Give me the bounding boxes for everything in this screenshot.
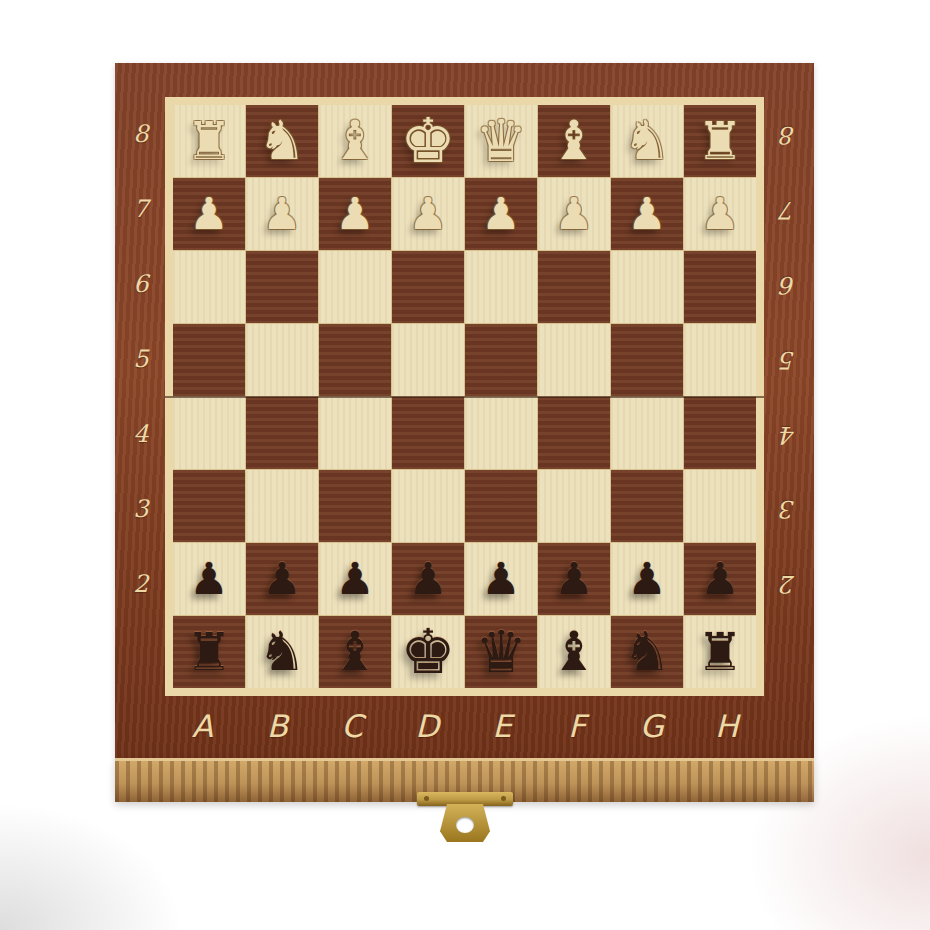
- square-d7: ♟: [392, 178, 464, 250]
- board-fold-seam: [165, 396, 764, 398]
- square-g8: ♞: [611, 105, 683, 177]
- square-e5: [465, 324, 537, 396]
- square-a8: ♜: [173, 105, 245, 177]
- square-c3: [319, 470, 391, 542]
- file-label: G: [614, 702, 689, 750]
- square-h3: [684, 470, 756, 542]
- rank-label: 7: [768, 172, 808, 247]
- square-h1: ♜: [684, 616, 756, 688]
- square-a5: [173, 324, 245, 396]
- white-rook: ♜: [697, 115, 744, 167]
- file-label: D: [390, 702, 465, 750]
- black-pawn: ♟: [700, 557, 739, 601]
- black-king: ♚: [400, 621, 456, 683]
- black-pawn: ♟: [554, 557, 593, 601]
- white-pawn: ♟: [554, 192, 593, 236]
- white-pawn: ♟: [189, 192, 228, 236]
- white-pawn: ♟: [481, 192, 520, 236]
- square-e2: ♟: [465, 543, 537, 615]
- square-b3: [246, 470, 318, 542]
- file-label: F: [539, 702, 614, 750]
- square-a1: ♜: [173, 616, 245, 688]
- square-c4: [319, 397, 391, 469]
- square-d8: ♚: [392, 105, 464, 177]
- square-d4: [392, 397, 464, 469]
- white-pawn: ♟: [262, 192, 301, 236]
- black-rook: ♜: [697, 626, 744, 678]
- square-b4: [246, 397, 318, 469]
- square-g2: ♟: [611, 543, 683, 615]
- file-labels: ABCDEFGH: [165, 702, 764, 750]
- square-f3: [538, 470, 610, 542]
- rank-label: 5: [768, 322, 808, 397]
- square-f5: [538, 324, 610, 396]
- square-b8: ♞: [246, 105, 318, 177]
- square-c7: ♟: [319, 178, 391, 250]
- white-knight: ♞: [258, 114, 306, 168]
- square-b6: [246, 251, 318, 323]
- square-e1: ♛: [465, 616, 537, 688]
- square-h4: [684, 397, 756, 469]
- square-f7: ♟: [538, 178, 610, 250]
- rank-label: 6: [768, 247, 808, 322]
- file-label: H: [689, 702, 764, 750]
- white-knight: ♞: [623, 114, 671, 168]
- black-pawn: ♟: [189, 557, 228, 601]
- square-c2: ♟: [319, 543, 391, 615]
- square-b5: [246, 324, 318, 396]
- square-a4: [173, 397, 245, 469]
- white-pawn: ♟: [408, 192, 447, 236]
- rank-label: 3: [768, 471, 808, 546]
- file-label: E: [465, 702, 540, 750]
- square-a7: ♟: [173, 178, 245, 250]
- rank-label: [768, 621, 808, 696]
- black-pawn: ♟: [408, 557, 447, 601]
- square-h5: [684, 324, 756, 396]
- rank-label: 7: [121, 172, 161, 247]
- square-c1: ♝: [319, 616, 391, 688]
- square-g4: [611, 397, 683, 469]
- square-a3: [173, 470, 245, 542]
- black-pawn: ♟: [627, 557, 666, 601]
- square-c5: [319, 324, 391, 396]
- rank-labels-left: 8765432: [121, 97, 161, 696]
- square-f1: ♝: [538, 616, 610, 688]
- rank-label: 6: [121, 247, 161, 322]
- square-d6: [392, 251, 464, 323]
- square-h7: ♟: [684, 178, 756, 250]
- square-b2: ♟: [246, 543, 318, 615]
- square-h6: [684, 251, 756, 323]
- board-inner-trim: ♜♞♝♚♛♝♞♜♟♟♟♟♟♟♟♟♟♟♟♟♟♟♟♟♜♞♝♚♛♝♞♜: [165, 97, 764, 696]
- square-d2: ♟: [392, 543, 464, 615]
- square-e3: [465, 470, 537, 542]
- square-b1: ♞: [246, 616, 318, 688]
- white-pawn: ♟: [335, 192, 374, 236]
- rank-label: 2: [768, 546, 808, 621]
- black-bishop: ♝: [550, 625, 598, 679]
- square-h8: ♜: [684, 105, 756, 177]
- square-c8: ♝: [319, 105, 391, 177]
- square-e7: ♟: [465, 178, 537, 250]
- black-bishop: ♝: [331, 625, 379, 679]
- rank-label: 3: [121, 471, 161, 546]
- latch-plate: [417, 792, 513, 806]
- white-king: ♚: [400, 110, 456, 172]
- black-knight: ♞: [623, 625, 671, 679]
- rank-labels-right: 8765432: [768, 97, 808, 696]
- square-f4: [538, 397, 610, 469]
- square-g1: ♞: [611, 616, 683, 688]
- square-f6: [538, 251, 610, 323]
- square-d5: [392, 324, 464, 396]
- square-a2: ♟: [173, 543, 245, 615]
- file-label: B: [240, 702, 315, 750]
- product-photo-stage: 8765432 ♜♞♝♚♛♝♞♜♟♟♟♟♟♟♟♟♟♟♟♟♟♟♟♟♜♞♝♚♛♝♞♜…: [0, 0, 930, 930]
- square-h2: ♟: [684, 543, 756, 615]
- black-pawn: ♟: [262, 557, 301, 601]
- square-g6: [611, 251, 683, 323]
- square-g5: [611, 324, 683, 396]
- rank-label: 4: [768, 397, 808, 472]
- latch-tab: [440, 804, 490, 842]
- square-d3: [392, 470, 464, 542]
- square-d1: ♚: [392, 616, 464, 688]
- rank-label: 8: [121, 97, 161, 172]
- square-g3: [611, 470, 683, 542]
- file-label: C: [315, 702, 390, 750]
- file-label: A: [165, 702, 240, 750]
- white-rook: ♜: [186, 115, 233, 167]
- rank-label: 8: [768, 97, 808, 172]
- black-queen: ♛: [475, 623, 527, 681]
- latch-hole: [456, 817, 474, 833]
- chess-board-frame: 8765432 ♜♞♝♚♛♝♞♜♟♟♟♟♟♟♟♟♟♟♟♟♟♟♟♟♜♞♝♚♛♝♞♜…: [115, 63, 814, 758]
- brass-latch-icon: [417, 792, 513, 842]
- square-c6: [319, 251, 391, 323]
- square-b7: ♟: [246, 178, 318, 250]
- square-a6: [173, 251, 245, 323]
- white-queen: ♛: [475, 112, 527, 170]
- square-g7: ♟: [611, 178, 683, 250]
- square-f8: ♝: [538, 105, 610, 177]
- square-f2: ♟: [538, 543, 610, 615]
- black-rook: ♜: [186, 626, 233, 678]
- black-pawn: ♟: [481, 557, 520, 601]
- white-pawn: ♟: [700, 192, 739, 236]
- rank-label: 4: [121, 397, 161, 472]
- rank-label: 5: [121, 322, 161, 397]
- square-e6: [465, 251, 537, 323]
- white-bishop: ♝: [331, 114, 379, 168]
- rank-label: 2: [121, 546, 161, 621]
- white-pawn: ♟: [627, 192, 666, 236]
- rank-label: [121, 621, 161, 696]
- square-e4: [465, 397, 537, 469]
- square-e8: ♛: [465, 105, 537, 177]
- black-pawn: ♟: [335, 557, 374, 601]
- white-bishop: ♝: [550, 114, 598, 168]
- black-knight: ♞: [258, 625, 306, 679]
